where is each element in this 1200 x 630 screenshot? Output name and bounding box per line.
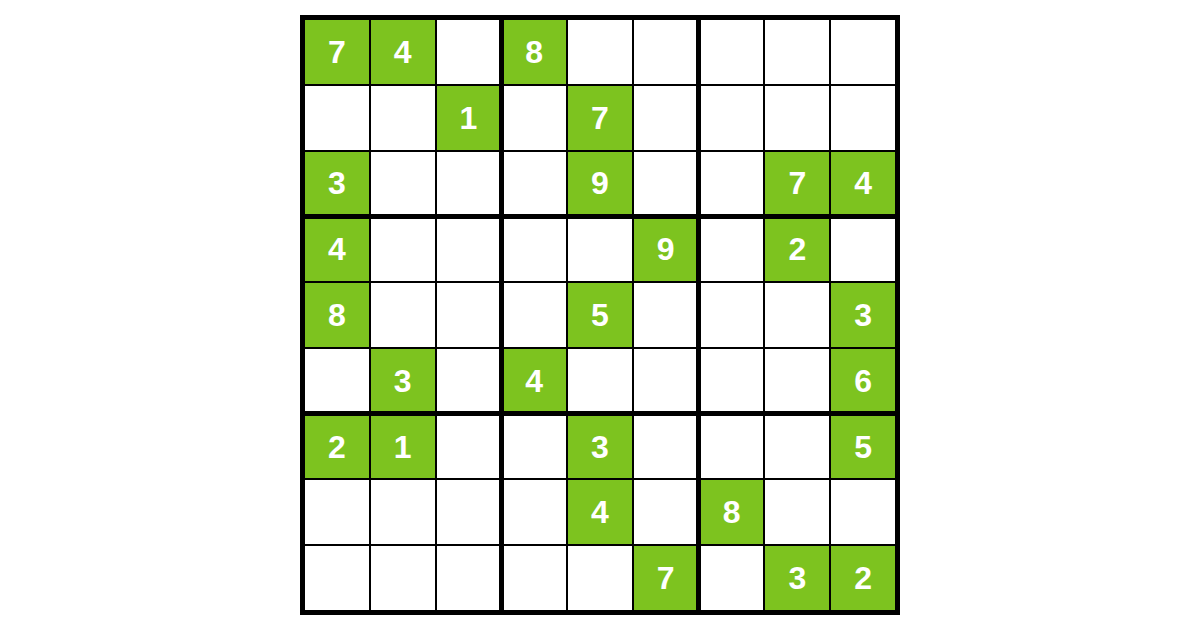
cell-r7c4[interactable]: [502, 415, 566, 479]
cell-r5c6[interactable]: [634, 283, 698, 347]
cell-r4c4[interactable]: [502, 217, 566, 281]
cell-r3c9[interactable]: 4: [831, 152, 895, 216]
cell-r8c6[interactable]: [634, 480, 698, 544]
cell-r2c7[interactable]: [700, 86, 764, 150]
cell-r7c2[interactable]: 1: [371, 415, 435, 479]
cell-r1c5[interactable]: [568, 20, 632, 84]
cell-r4c2[interactable]: [371, 217, 435, 281]
cell-r2c5[interactable]: 7: [568, 86, 632, 150]
cell-r2c3[interactable]: 1: [437, 86, 501, 150]
cell-r6c8[interactable]: [765, 349, 829, 413]
cell-r4c9[interactable]: [831, 217, 895, 281]
cell-r1c6[interactable]: [634, 20, 698, 84]
cell-r1c3[interactable]: [437, 20, 501, 84]
cell-r7c3[interactable]: [437, 415, 501, 479]
cell-r3c2[interactable]: [371, 152, 435, 216]
cell-r8c7[interactable]: 8: [700, 480, 764, 544]
sudoku-board: 748173974492853346213548732: [300, 15, 900, 615]
cell-r8c3[interactable]: [437, 480, 501, 544]
cell-r1c1[interactable]: 7: [305, 20, 369, 84]
cell-r6c6[interactable]: [634, 349, 698, 413]
cell-r4c1[interactable]: 4: [305, 217, 369, 281]
cell-r5c5[interactable]: 5: [568, 283, 632, 347]
cell-r5c8[interactable]: [765, 283, 829, 347]
cell-r4c3[interactable]: [437, 217, 501, 281]
cell-r6c3[interactable]: [437, 349, 501, 413]
cell-r1c2[interactable]: 4: [371, 20, 435, 84]
cell-r5c2[interactable]: [371, 283, 435, 347]
cell-r9c9[interactable]: 2: [831, 546, 895, 610]
cell-r2c9[interactable]: [831, 86, 895, 150]
cell-r8c4[interactable]: [502, 480, 566, 544]
cell-r8c5[interactable]: 4: [568, 480, 632, 544]
cell-r9c5[interactable]: [568, 546, 632, 610]
cell-r1c7[interactable]: [700, 20, 764, 84]
cell-r3c3[interactable]: [437, 152, 501, 216]
cell-r7c9[interactable]: 5: [831, 415, 895, 479]
cell-r6c4[interactable]: 4: [502, 349, 566, 413]
cell-r4c8[interactable]: 2: [765, 217, 829, 281]
cell-r3c6[interactable]: [634, 152, 698, 216]
cell-r5c3[interactable]: [437, 283, 501, 347]
cell-r9c7[interactable]: [700, 546, 764, 610]
cell-r8c9[interactable]: [831, 480, 895, 544]
cell-r1c8[interactable]: [765, 20, 829, 84]
cell-r3c1[interactable]: 3: [305, 152, 369, 216]
cell-r5c4[interactable]: [502, 283, 566, 347]
cell-r4c5[interactable]: [568, 217, 632, 281]
cell-r3c8[interactable]: 7: [765, 152, 829, 216]
sudoku-grid: 748173974492853346213548732: [305, 20, 895, 610]
cell-r6c9[interactable]: 6: [831, 349, 895, 413]
cell-r4c6[interactable]: 9: [634, 217, 698, 281]
cell-r9c1[interactable]: [305, 546, 369, 610]
cell-r9c3[interactable]: [437, 546, 501, 610]
cell-r6c5[interactable]: [568, 349, 632, 413]
cell-r7c8[interactable]: [765, 415, 829, 479]
cell-r7c1[interactable]: 2: [305, 415, 369, 479]
page-background: 748173974492853346213548732: [0, 0, 1200, 630]
cell-r6c1[interactable]: [305, 349, 369, 413]
cell-r7c7[interactable]: [700, 415, 764, 479]
cell-r8c2[interactable]: [371, 480, 435, 544]
cell-r3c5[interactable]: 9: [568, 152, 632, 216]
cell-r2c6[interactable]: [634, 86, 698, 150]
cell-r9c8[interactable]: 3: [765, 546, 829, 610]
cell-r4c7[interactable]: [700, 217, 764, 281]
cell-r8c1[interactable]: [305, 480, 369, 544]
cell-r3c4[interactable]: [502, 152, 566, 216]
cell-r9c2[interactable]: [371, 546, 435, 610]
cell-r1c9[interactable]: [831, 20, 895, 84]
cell-r7c5[interactable]: 3: [568, 415, 632, 479]
cell-r1c4[interactable]: 8: [502, 20, 566, 84]
cell-r2c2[interactable]: [371, 86, 435, 150]
cell-r9c6[interactable]: 7: [634, 546, 698, 610]
cell-r5c9[interactable]: 3: [831, 283, 895, 347]
cell-r5c7[interactable]: [700, 283, 764, 347]
cell-r9c4[interactable]: [502, 546, 566, 610]
cell-r5c1[interactable]: 8: [305, 283, 369, 347]
cell-r3c7[interactable]: [700, 152, 764, 216]
cell-r6c7[interactable]: [700, 349, 764, 413]
cell-r7c6[interactable]: [634, 415, 698, 479]
cell-r8c8[interactable]: [765, 480, 829, 544]
cell-r2c4[interactable]: [502, 86, 566, 150]
cell-r2c8[interactable]: [765, 86, 829, 150]
cell-r6c2[interactable]: 3: [371, 349, 435, 413]
cell-r2c1[interactable]: [305, 86, 369, 150]
